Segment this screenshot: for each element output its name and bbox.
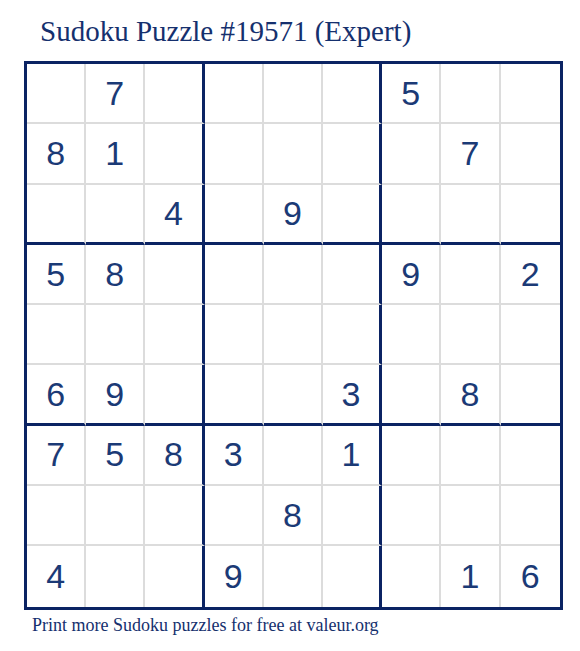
cell-r9c3 (145, 546, 204, 606)
cell-r8c5: 8 (264, 486, 323, 546)
sudoku-board: 7581749589269387583184916 (24, 61, 563, 610)
cell-r4c8 (441, 245, 500, 305)
cell-r8c2 (86, 486, 145, 546)
cell-r5c9 (501, 305, 560, 365)
cell-r5c6 (323, 305, 382, 365)
cell-r6c6: 3 (323, 365, 382, 425)
cell-r7c1: 7 (27, 426, 86, 486)
cell-r9c4: 9 (205, 546, 264, 606)
cell-r4c4 (205, 245, 264, 305)
cell-r8c6 (323, 486, 382, 546)
cell-r3c1 (27, 185, 86, 245)
cell-r8c8 (441, 486, 500, 546)
cell-r9c6 (323, 546, 382, 606)
footer-text: Print more Sudoku puzzles for free at va… (32, 615, 379, 636)
cell-r2c2: 1 (86, 124, 145, 184)
cell-r1c8 (441, 64, 500, 124)
cell-r5c3 (145, 305, 204, 365)
cell-r2c7 (382, 124, 441, 184)
cell-r1c7: 5 (382, 64, 441, 124)
cell-r6c8: 8 (441, 365, 500, 425)
cell-r2c1: 8 (27, 124, 86, 184)
cell-r4c1: 5 (27, 245, 86, 305)
cell-r9c1: 4 (27, 546, 86, 606)
cell-r5c4 (205, 305, 264, 365)
cell-r9c7 (382, 546, 441, 606)
cell-r4c7: 9 (382, 245, 441, 305)
cell-r9c9: 6 (501, 546, 560, 606)
cell-r3c5: 9 (264, 185, 323, 245)
cell-r7c9 (501, 426, 560, 486)
cell-r2c9 (501, 124, 560, 184)
cell-r7c7 (382, 426, 441, 486)
cell-r3c7 (382, 185, 441, 245)
cell-r5c2 (86, 305, 145, 365)
cell-r6c7 (382, 365, 441, 425)
cell-r1c1 (27, 64, 86, 124)
cell-r6c2: 9 (86, 365, 145, 425)
cell-r9c2 (86, 546, 145, 606)
cell-r2c5 (264, 124, 323, 184)
cell-r2c4 (205, 124, 264, 184)
cell-r8c4 (205, 486, 264, 546)
cell-r1c5 (264, 64, 323, 124)
cell-r8c9 (501, 486, 560, 546)
cell-r6c1: 6 (27, 365, 86, 425)
page-title: Sudoku Puzzle #19571 (Expert) (40, 15, 411, 48)
cell-r8c1 (27, 486, 86, 546)
cell-r4c5 (264, 245, 323, 305)
cell-r2c3 (145, 124, 204, 184)
cell-r9c5 (264, 546, 323, 606)
cell-r7c5 (264, 426, 323, 486)
cell-r5c1 (27, 305, 86, 365)
sudoku-page: Sudoku Puzzle #19571 (Expert) 7581749589… (0, 0, 580, 651)
cell-r5c5 (264, 305, 323, 365)
cell-r5c8 (441, 305, 500, 365)
cell-r1c3 (145, 64, 204, 124)
cell-r1c2: 7 (86, 64, 145, 124)
cell-r3c9 (501, 185, 560, 245)
cell-r7c8 (441, 426, 500, 486)
cell-r3c8 (441, 185, 500, 245)
cell-r1c9 (501, 64, 560, 124)
cell-r8c7 (382, 486, 441, 546)
cell-r4c9: 2 (501, 245, 560, 305)
cell-r9c8: 1 (441, 546, 500, 606)
cell-r8c3 (145, 486, 204, 546)
cell-r3c6 (323, 185, 382, 245)
cell-r6c9 (501, 365, 560, 425)
cell-r7c2: 5 (86, 426, 145, 486)
cell-r7c6: 1 (323, 426, 382, 486)
cell-r4c2: 8 (86, 245, 145, 305)
cell-r2c6 (323, 124, 382, 184)
cell-r4c3 (145, 245, 204, 305)
cell-r7c4: 3 (205, 426, 264, 486)
cell-r2c8: 7 (441, 124, 500, 184)
cell-r3c3: 4 (145, 185, 204, 245)
cell-r5c7 (382, 305, 441, 365)
cell-r7c3: 8 (145, 426, 204, 486)
cell-r3c4 (205, 185, 264, 245)
cell-r6c3 (145, 365, 204, 425)
cell-r1c4 (205, 64, 264, 124)
cell-r6c4 (205, 365, 264, 425)
cell-r6c5 (264, 365, 323, 425)
cell-r1c6 (323, 64, 382, 124)
cell-r3c2 (86, 185, 145, 245)
cell-r4c6 (323, 245, 382, 305)
